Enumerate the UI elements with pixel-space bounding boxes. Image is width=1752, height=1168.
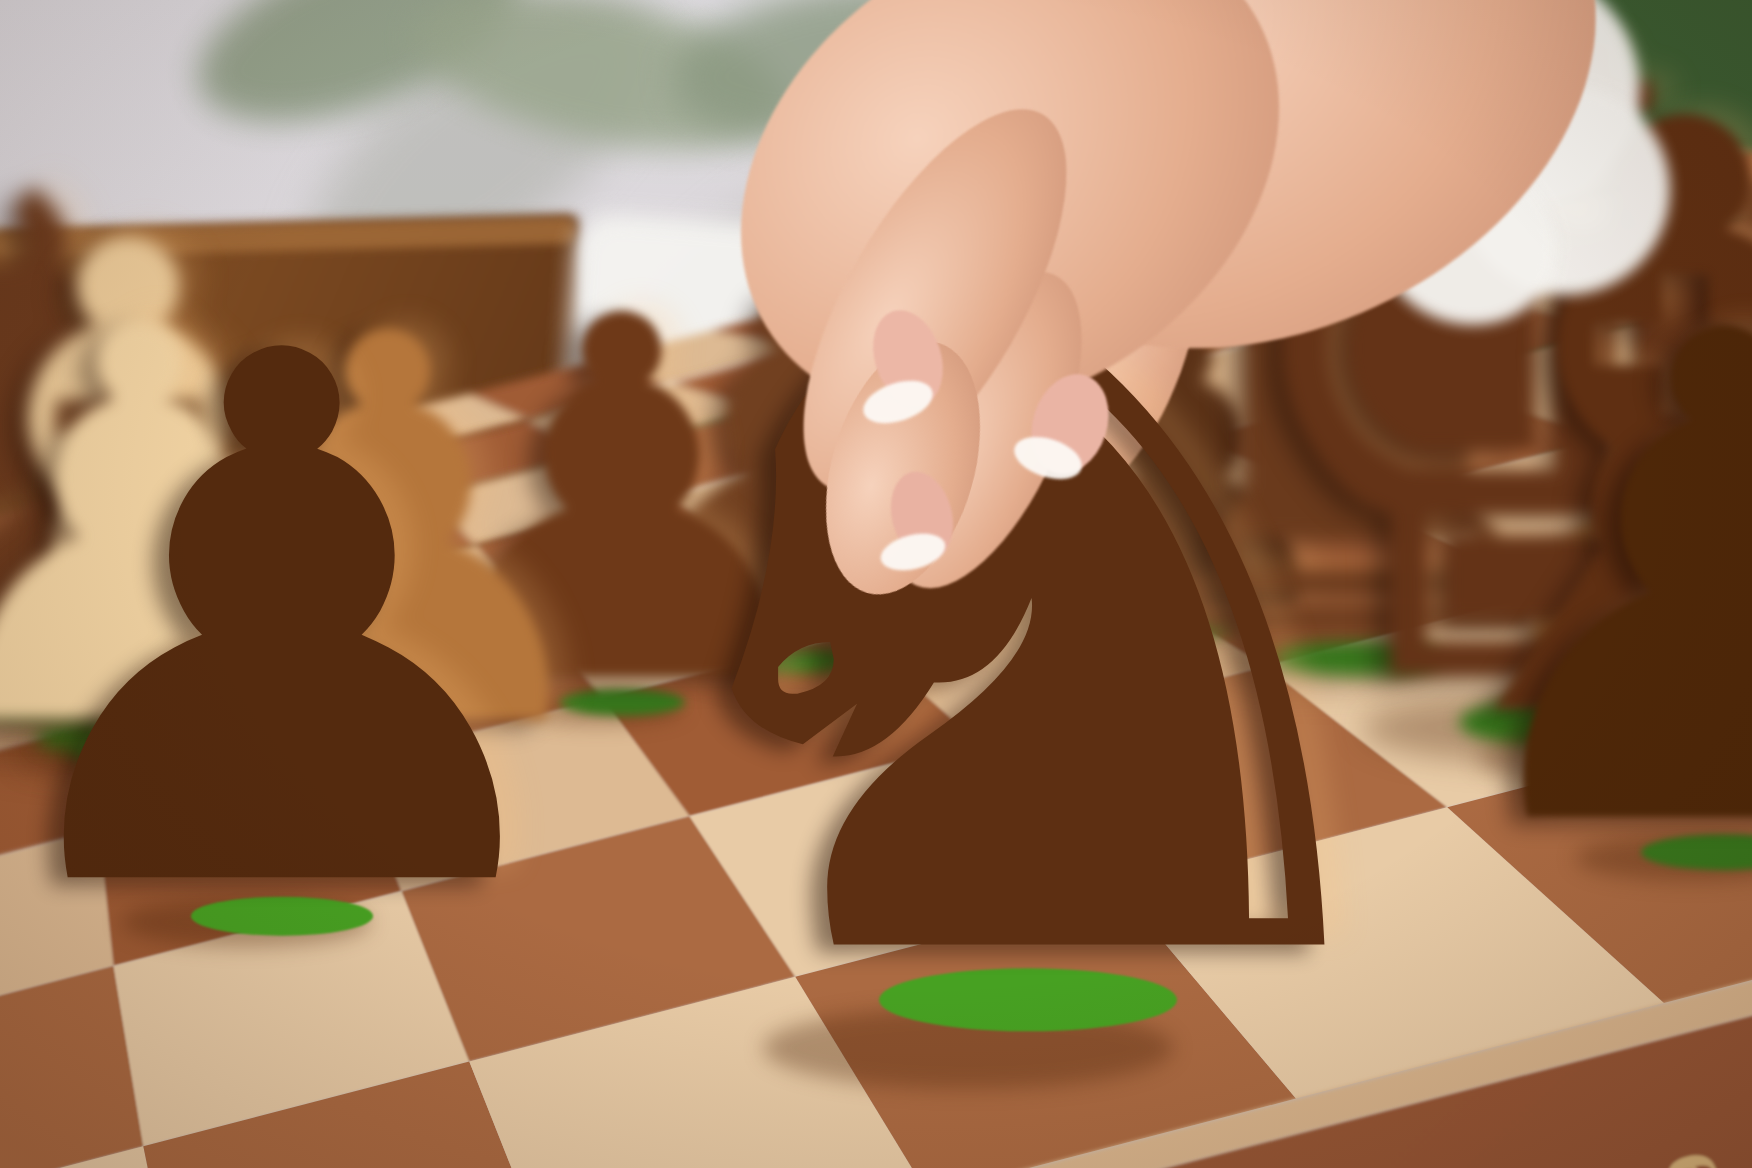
piece-black-pawn-focused[interactable]: ♟ <box>0 261 608 989</box>
chess-photo-scene: 56 ♟♜♟♞♟♟♚♝♟♟♝♟♟♞ <box>0 0 1752 1168</box>
